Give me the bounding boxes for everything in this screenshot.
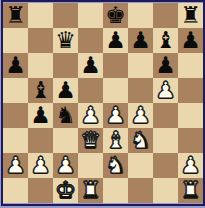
square-a7[interactable] [3, 28, 28, 53]
square-g5[interactable]: ♟ [153, 78, 178, 103]
black-queen: ♛ [53, 28, 78, 53]
square-d6[interactable]: ♟ [78, 53, 103, 78]
square-e2[interactable]: ♞ [103, 153, 128, 178]
square-b4[interactable]: ♟ [28, 103, 53, 128]
white-knight: ♞ [103, 153, 128, 178]
square-d5[interactable] [78, 78, 103, 103]
black-bishop: ♝ [153, 28, 178, 53]
white-king: ♚ [53, 178, 78, 203]
black-rook: ♜ [3, 3, 28, 28]
square-c7[interactable]: ♛ [53, 28, 78, 53]
square-a2[interactable]: ♟ [3, 153, 28, 178]
square-d7[interactable] [78, 28, 103, 53]
square-e1[interactable] [103, 178, 128, 203]
square-b3[interactable] [28, 128, 53, 153]
square-a5[interactable] [3, 78, 28, 103]
square-h8[interactable]: ♜ [178, 3, 203, 28]
square-f7[interactable]: ♟ [128, 28, 153, 53]
white-rook: ♜ [178, 178, 203, 203]
black-pawn: ♟ [53, 78, 78, 103]
square-a1[interactable] [3, 178, 28, 203]
white-pawn: ♟ [178, 153, 203, 178]
square-f8[interactable] [128, 3, 153, 28]
chess-board: ♜♚♜♛♟♟♝♟♟♟♟♝♟♟♟♞♟♟♟♛♝♞♟♟♟♞♟♚♜♜ [3, 3, 203, 203]
white-pawn: ♟ [78, 103, 103, 128]
square-f6[interactable] [128, 53, 153, 78]
square-d8[interactable] [78, 3, 103, 28]
white-pawn: ♟ [128, 103, 153, 128]
white-bishop: ♝ [103, 128, 128, 153]
square-a6[interactable]: ♟ [3, 53, 28, 78]
square-h5[interactable] [178, 78, 203, 103]
square-a4[interactable] [3, 103, 28, 128]
square-g2[interactable] [153, 153, 178, 178]
square-f1[interactable] [128, 178, 153, 203]
square-h3[interactable] [178, 128, 203, 153]
square-c4[interactable]: ♞ [53, 103, 78, 128]
square-f4[interactable]: ♟ [128, 103, 153, 128]
white-knight: ♞ [128, 128, 153, 153]
square-f2[interactable] [128, 153, 153, 178]
square-g4[interactable] [153, 103, 178, 128]
square-b6[interactable] [28, 53, 53, 78]
chess-board-frame: ♜♚♜♛♟♟♝♟♟♟♟♝♟♟♟♞♟♟♟♛♝♞♟♟♟♞♟♚♜♜ [0, 0, 205, 208]
black-king: ♚ [103, 3, 128, 28]
square-h4[interactable] [178, 103, 203, 128]
white-pawn: ♟ [53, 153, 78, 178]
white-queen: ♛ [78, 128, 103, 153]
black-rook: ♜ [178, 3, 203, 28]
square-h6[interactable] [178, 53, 203, 78]
square-c8[interactable] [53, 3, 78, 28]
black-pawn: ♟ [128, 28, 153, 53]
square-h2[interactable]: ♟ [178, 153, 203, 178]
white-pawn: ♟ [103, 103, 128, 128]
black-knight: ♞ [53, 103, 78, 128]
square-h7[interactable]: ♟ [178, 28, 203, 53]
square-c1[interactable]: ♚ [53, 178, 78, 203]
black-pawn: ♟ [153, 53, 178, 78]
square-c2[interactable]: ♟ [53, 153, 78, 178]
square-g1[interactable] [153, 178, 178, 203]
white-pawn: ♟ [153, 78, 178, 103]
square-f5[interactable] [128, 78, 153, 103]
square-c3[interactable] [53, 128, 78, 153]
square-e6[interactable] [103, 53, 128, 78]
square-b2[interactable]: ♟ [28, 153, 53, 178]
square-b7[interactable] [28, 28, 53, 53]
black-pawn: ♟ [78, 53, 103, 78]
square-e5[interactable] [103, 78, 128, 103]
black-pawn: ♟ [28, 103, 53, 128]
square-e7[interactable]: ♟ [103, 28, 128, 53]
square-f3[interactable]: ♞ [128, 128, 153, 153]
square-g6[interactable]: ♟ [153, 53, 178, 78]
square-d3[interactable]: ♛ [78, 128, 103, 153]
square-d1[interactable]: ♜ [78, 178, 103, 203]
white-pawn: ♟ [28, 153, 53, 178]
square-c6[interactable] [53, 53, 78, 78]
square-b1[interactable] [28, 178, 53, 203]
square-e3[interactable]: ♝ [103, 128, 128, 153]
black-pawn: ♟ [103, 28, 128, 53]
black-pawn: ♟ [178, 28, 203, 53]
square-e4[interactable]: ♟ [103, 103, 128, 128]
square-c5[interactable]: ♟ [53, 78, 78, 103]
square-g3[interactable] [153, 128, 178, 153]
black-pawn: ♟ [3, 53, 28, 78]
square-a8[interactable]: ♜ [3, 3, 28, 28]
square-g7[interactable]: ♝ [153, 28, 178, 53]
square-a3[interactable] [3, 128, 28, 153]
square-b5[interactable]: ♝ [28, 78, 53, 103]
square-d2[interactable] [78, 153, 103, 178]
black-bishop: ♝ [28, 78, 53, 103]
white-pawn: ♟ [3, 153, 28, 178]
square-h1[interactable]: ♜ [178, 178, 203, 203]
square-g8[interactable] [153, 3, 178, 28]
square-e8[interactable]: ♚ [103, 3, 128, 28]
square-d4[interactable]: ♟ [78, 103, 103, 128]
white-rook: ♜ [78, 178, 103, 203]
square-b8[interactable] [28, 3, 53, 28]
